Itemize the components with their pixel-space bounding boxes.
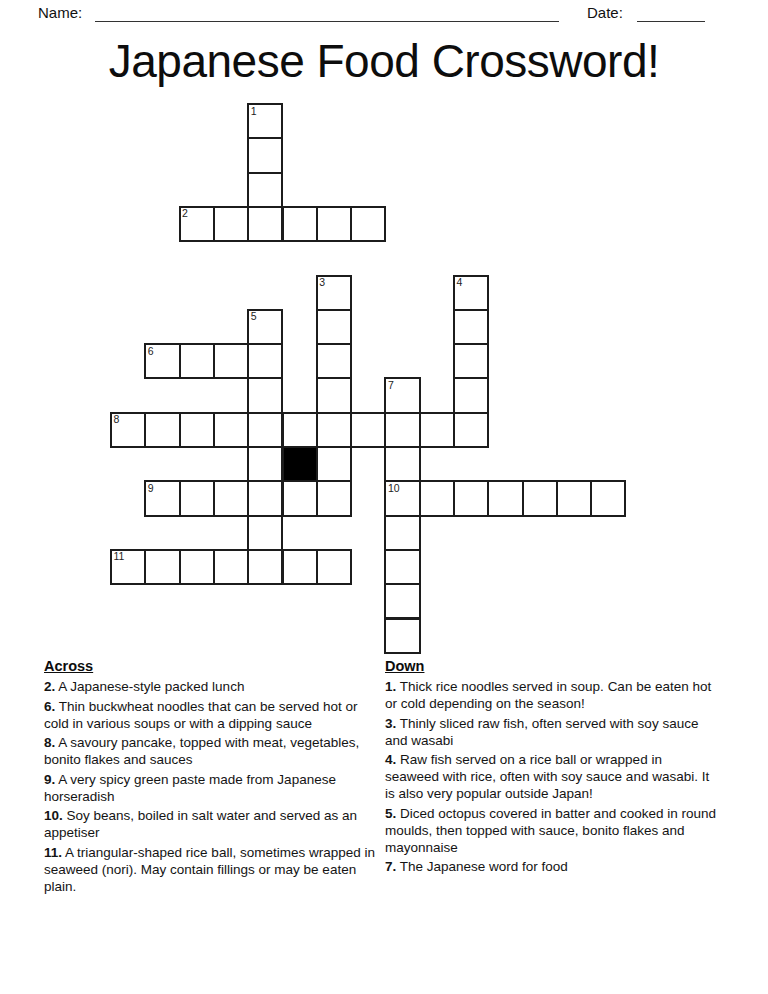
- grid-cell[interactable]: [316, 309, 352, 345]
- grid-cell[interactable]: [282, 480, 318, 516]
- name-write-line[interactable]: [95, 21, 559, 22]
- page-title: Japanese Food Crossword!: [0, 34, 768, 88]
- grid-cell[interactable]: [350, 412, 386, 448]
- grid-cell[interactable]: [384, 618, 420, 654]
- grid-cell[interactable]: [556, 480, 592, 516]
- grid-cell[interactable]: [247, 172, 283, 208]
- grid-cell[interactable]: [316, 275, 352, 311]
- clue-across-11: 11. A triangular-shaped rice ball, somet…: [44, 844, 382, 895]
- clue-down-1: 1. Thick rice noodles served in soup. Ca…: [385, 678, 719, 712]
- name-label: Name:: [38, 4, 82, 21]
- grid-cell[interactable]: [384, 583, 420, 619]
- grid-cell[interactable]: [316, 412, 352, 448]
- grid-cell[interactable]: [179, 412, 215, 448]
- grid-cell[interactable]: [247, 309, 283, 345]
- grid-cell[interactable]: [522, 480, 558, 516]
- grid-cell[interactable]: [453, 377, 489, 413]
- grid-cell[interactable]: [247, 206, 283, 242]
- grid-cell[interactable]: [384, 377, 420, 413]
- grid-cell[interactable]: [453, 275, 489, 311]
- grid-cell[interactable]: [247, 446, 283, 482]
- grid-cell[interactable]: [247, 515, 283, 551]
- date-label: Date:: [587, 4, 623, 21]
- crossword-grid: 1234567891011: [110, 103, 627, 654]
- grid-cell[interactable]: [282, 549, 318, 585]
- black-cell: [282, 446, 318, 482]
- grid-cell[interactable]: [247, 137, 283, 173]
- grid-cell[interactable]: [110, 412, 146, 448]
- grid-cell[interactable]: [282, 206, 318, 242]
- grid-cell[interactable]: [453, 412, 489, 448]
- grid-cell[interactable]: [247, 549, 283, 585]
- grid-cell[interactable]: [144, 343, 180, 379]
- grid-cell[interactable]: [316, 377, 352, 413]
- grid-cell[interactable]: [453, 309, 489, 345]
- grid-cell[interactable]: [384, 446, 420, 482]
- clue-down-3: 3. Thinly sliced raw fish, often served …: [385, 715, 719, 749]
- grid-cell[interactable]: [144, 412, 180, 448]
- grid-cell[interactable]: [384, 515, 420, 551]
- grid-cell[interactable]: [213, 343, 249, 379]
- grid-cell[interactable]: [453, 343, 489, 379]
- clue-down-4: 4. Raw fish served on a rice ball or wra…: [385, 751, 719, 802]
- grid-cell[interactable]: [590, 480, 626, 516]
- grid-cell[interactable]: [384, 480, 420, 516]
- clue-down-5: 5. Diced octopus covered in batter and c…: [385, 805, 719, 856]
- clue-across-10: 10. Soy beans, boiled in salt water and …: [44, 807, 382, 841]
- down-heading: Down: [385, 658, 719, 674]
- grid-cell[interactable]: [213, 480, 249, 516]
- grid-cell[interactable]: [384, 412, 420, 448]
- clue-across-2: 2. A Japanese-style packed lunch: [44, 678, 382, 695]
- grid-cell[interactable]: [316, 446, 352, 482]
- grid-cell[interactable]: [213, 412, 249, 448]
- grid-cell[interactable]: [144, 549, 180, 585]
- clue-across-6: 6. Thin buckwheat noodles that can be se…: [44, 698, 382, 732]
- across-clues-section: Across 2. A Japanese-style packed lunch …: [44, 658, 382, 897]
- grid-cell[interactable]: [384, 549, 420, 585]
- grid-cell[interactable]: [419, 412, 455, 448]
- grid-cell[interactable]: [316, 480, 352, 516]
- grid-cell[interactable]: [179, 549, 215, 585]
- down-clues-section: Down 1. Thick rice noodles served in sou…: [385, 658, 719, 878]
- grid-cell[interactable]: [144, 480, 180, 516]
- grid-cell[interactable]: [179, 206, 215, 242]
- grid-cell[interactable]: [419, 480, 455, 516]
- grid-cell[interactable]: [316, 549, 352, 585]
- grid-cell[interactable]: [247, 480, 283, 516]
- date-write-line[interactable]: [637, 21, 705, 22]
- grid-cell[interactable]: [316, 343, 352, 379]
- grid-cell[interactable]: [110, 549, 146, 585]
- grid-cell[interactable]: [247, 412, 283, 448]
- clue-across-9: 9. A very spicy green paste made from Ja…: [44, 771, 382, 805]
- grid-cell[interactable]: [213, 206, 249, 242]
- across-heading: Across: [44, 658, 382, 674]
- grid-cell[interactable]: [316, 206, 352, 242]
- clue-down-7: 7. The Japanese word for food: [385, 858, 719, 875]
- grid-cell[interactable]: [487, 480, 523, 516]
- grid-cell[interactable]: [213, 549, 249, 585]
- clue-across-8: 8. A savoury pancake, topped with meat, …: [44, 734, 382, 768]
- grid-cell[interactable]: [453, 480, 489, 516]
- grid-cell[interactable]: [247, 377, 283, 413]
- grid-cell[interactable]: [282, 412, 318, 448]
- grid-cell[interactable]: [179, 343, 215, 379]
- grid-cell[interactable]: [247, 103, 283, 139]
- grid-cell[interactable]: [350, 206, 386, 242]
- grid-cell[interactable]: [247, 343, 283, 379]
- grid-cell[interactable]: [179, 480, 215, 516]
